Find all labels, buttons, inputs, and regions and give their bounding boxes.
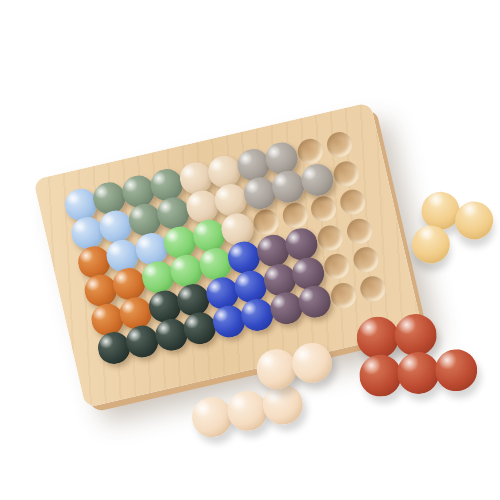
- loose-piece-yellow[interactable]: [407, 187, 497, 277]
- bead-gray[interactable]: [298, 161, 336, 199]
- bead-brick-red[interactable]: [393, 313, 438, 358]
- loose-piece-red[interactable]: [355, 310, 478, 398]
- board-hole: [344, 216, 374, 246]
- board-hole: [280, 201, 310, 231]
- board-hole: [331, 159, 361, 189]
- bead-pale-peach[interactable]: [289, 340, 335, 386]
- bead-brick-red[interactable]: [434, 348, 479, 393]
- board-hole: [351, 245, 381, 275]
- board-hole: [316, 223, 346, 253]
- board-hole: [296, 137, 326, 167]
- board-hole: [309, 194, 339, 224]
- board-hole: [322, 252, 352, 282]
- bead-brick-red[interactable]: [396, 351, 441, 396]
- bead-brick-red[interactable]: [355, 315, 400, 360]
- board-hole: [251, 207, 281, 237]
- product-photo-scene: [0, 0, 500, 500]
- board-hole: [324, 130, 354, 160]
- bead-brick-red[interactable]: [358, 353, 403, 398]
- board-hole: [338, 187, 368, 217]
- board-hole: [358, 274, 388, 304]
- board-hole: [329, 280, 359, 310]
- bead-pale-peach[interactable]: [260, 381, 306, 427]
